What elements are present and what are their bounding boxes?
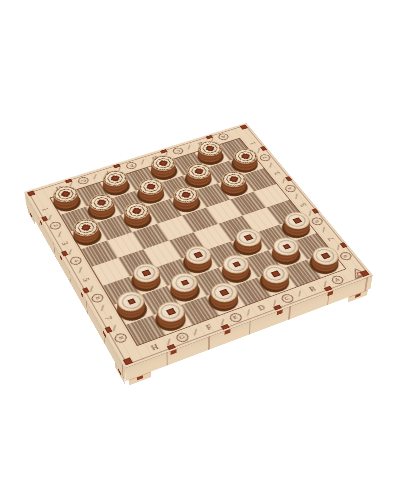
joint-tab <box>27 190 36 196</box>
coord-label-near-b: B <box>307 285 317 293</box>
coord-label-far-c: C <box>171 146 185 155</box>
square-g4[interactable] <box>106 232 143 258</box>
coord-label-right-3: 3 <box>273 171 282 176</box>
coord-label-left-3: 3 <box>60 240 70 245</box>
board-foot <box>129 372 151 386</box>
coord-label-right-6: 6 <box>309 216 324 226</box>
frame-tick <box>112 325 115 332</box>
coord-label-near-c: C <box>279 292 295 303</box>
coord-label-left-6: 6 <box>89 292 104 303</box>
frame-tick <box>299 290 301 296</box>
joint-tab <box>276 310 282 316</box>
coord-label-left-7: 7 <box>103 315 113 321</box>
joint-tab <box>327 291 333 297</box>
coord-label-right-4: 4 <box>283 184 297 193</box>
board-foot <box>348 290 368 303</box>
coord-label-left-2: 2 <box>48 221 62 231</box>
coord-label-left-5: 5 <box>81 276 91 282</box>
board-plane: HGFEDCBA HGFEDCBA 12345678 12345678 <box>24 123 372 368</box>
coord-label-left-1: 1 <box>40 206 49 211</box>
coord-label-near-e: E <box>227 311 243 323</box>
coord-label-near-f: F <box>204 323 213 331</box>
frame-tick <box>194 329 197 336</box>
frame-tick <box>324 281 326 287</box>
joint-tab <box>170 349 176 355</box>
coord-label-left-8: 8 <box>112 332 128 344</box>
board-foot <box>115 362 125 385</box>
photo-canvas: HGFEDCBA HGFEDCBA 12345678 12345678 <box>0 0 400 500</box>
frame-tick <box>337 244 339 250</box>
frame-tick <box>247 309 250 315</box>
coord-label-far-h: H <box>54 185 62 192</box>
coord-label-near-h: H <box>150 343 160 352</box>
coord-label-far-f: F <box>103 170 110 176</box>
coord-label-far-e: E <box>124 161 138 170</box>
coord-label-right-1: 1 <box>248 141 257 145</box>
frame-tick <box>101 305 104 311</box>
scene: HGFEDCBA HGFEDCBA 12345678 12345678 <box>0 0 400 500</box>
frame-tick <box>68 249 71 255</box>
coord-label-far-g: G <box>76 176 90 185</box>
coord-label-right-5: 5 <box>298 202 307 207</box>
coord-label-far-a: A <box>216 132 230 141</box>
coord-label-near-a: A <box>329 274 345 285</box>
coord-label-far-d: D <box>150 155 159 161</box>
coord-label-far-b: B <box>196 141 204 147</box>
frame-tick <box>79 267 82 273</box>
coord-label-near-d: D <box>256 304 266 312</box>
joint-tab <box>240 124 249 129</box>
coord-label-near-g: G <box>174 331 190 343</box>
coord-label-right-7: 7 <box>326 236 336 241</box>
joint-tab <box>224 329 230 335</box>
coord-label-right-2: 2 <box>258 153 272 162</box>
frame-tick <box>58 231 61 237</box>
frame-tick <box>90 285 93 291</box>
coord-label-right-8: 8 <box>338 251 354 262</box>
coord-label-left-4: 4 <box>68 255 83 266</box>
